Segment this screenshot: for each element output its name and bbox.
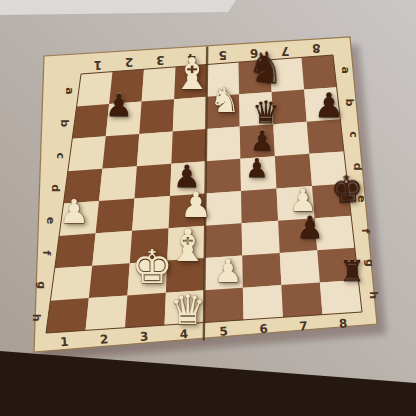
square-d1: [64, 169, 103, 204]
coord-label-left-f: f: [40, 250, 53, 255]
coord-label-right-a: a: [339, 67, 352, 74]
coord-label-right-g: g: [363, 259, 376, 267]
square-e4: [169, 194, 206, 229]
square-h7: [281, 282, 322, 317]
square-h1: [46, 298, 89, 333]
square-f7: [278, 218, 317, 253]
square-g2: [89, 263, 130, 298]
square-e1: [59, 201, 99, 236]
coord-label-right-d: d: [351, 163, 364, 171]
coord-label-top-8: 8: [312, 41, 320, 55]
coord-label-bottom-2: 2: [100, 332, 109, 347]
coord-label-left-h: h: [30, 314, 43, 322]
square-a4: [174, 65, 207, 100]
square-d4: [170, 161, 206, 196]
coord-label-bottom-4: 4: [179, 327, 188, 342]
square-c4: [171, 129, 206, 164]
square-b3: [139, 99, 174, 134]
square-e6: [241, 189, 278, 224]
coord-label-top-6: 6: [250, 46, 258, 60]
coord-label-bottom-5: 5: [219, 324, 228, 339]
coord-label-right-c: c: [347, 131, 360, 138]
square-d3: [135, 164, 172, 199]
square-b4: [173, 97, 207, 132]
square-h3: [125, 293, 166, 328]
square-d7: [275, 154, 312, 189]
square-g7: [280, 250, 320, 285]
square-f1: [55, 233, 96, 268]
square-a8: [302, 55, 337, 90]
coord-label-bottom-1: 1: [60, 335, 69, 350]
coord-label-right-h: h: [367, 291, 380, 299]
coord-label-left-b: b: [58, 119, 71, 127]
square-d2: [99, 166, 137, 201]
coord-label-right-e: e: [355, 195, 368, 202]
square-h5: [204, 288, 244, 323]
square-c3: [137, 131, 173, 166]
chessboard-photo-scene: 1122334455667788aabbccddeeffgghh ♞♝♞♟♟♛♟…: [0, 0, 416, 416]
coord-label-bottom-8: 8: [339, 316, 348, 331]
coord-label-top-4: 4: [187, 51, 195, 65]
square-d6: [240, 156, 276, 191]
coord-label-right-b: b: [343, 98, 356, 106]
square-e2: [96, 199, 135, 234]
square-b2: [106, 102, 142, 137]
coord-label-top-5: 5: [219, 48, 227, 62]
square-c7: [273, 122, 309, 157]
square-b7: [272, 90, 307, 125]
square-g6: [242, 253, 281, 288]
square-e3: [132, 196, 170, 231]
board-graphic: 1122334455667788aabbccddeeffgghh: [0, 0, 416, 416]
square-c1: [68, 136, 106, 171]
square-c6: [240, 124, 275, 159]
coord-label-left-e: e: [44, 217, 57, 224]
coord-label-top-3: 3: [156, 53, 164, 67]
square-h2: [86, 295, 128, 330]
square-a1: [77, 72, 113, 107]
square-h8: [320, 280, 362, 315]
square-f4: [167, 226, 205, 261]
square-c8: [307, 119, 344, 154]
square-c2: [102, 134, 139, 169]
square-d8: [309, 151, 347, 186]
square-f6: [242, 221, 280, 256]
coord-label-bottom-3: 3: [139, 330, 148, 345]
coord-label-top-2: 2: [125, 55, 133, 69]
coord-label-bottom-7: 7: [299, 319, 308, 334]
coord-label-left-a: a: [63, 87, 76, 94]
coord-label-bottom-6: 6: [259, 322, 268, 337]
coord-label-right-f: f: [359, 228, 372, 233]
coord-label-top-7: 7: [281, 44, 289, 58]
square-a3: [142, 67, 176, 102]
square-c5: [206, 127, 241, 162]
square-e5: [205, 191, 242, 226]
square-g1: [50, 266, 92, 301]
square-h4: [165, 290, 205, 325]
square-g5: [204, 255, 243, 290]
square-b6: [239, 92, 273, 127]
square-b8: [304, 87, 340, 122]
square-f2: [92, 231, 132, 266]
coord-label-left-c: c: [54, 152, 67, 159]
square-f5: [205, 223, 243, 258]
square-f3: [130, 228, 169, 263]
square-a7: [270, 57, 304, 92]
square-h6: [243, 285, 283, 320]
square-a6: [239, 60, 272, 95]
square-f8: [315, 216, 355, 251]
square-g8: [317, 248, 358, 283]
coord-label-top-1: 1: [94, 58, 102, 72]
coord-label-left-d: d: [49, 184, 62, 192]
square-e7: [277, 186, 315, 221]
square-g3: [127, 261, 167, 296]
square-d5: [206, 159, 242, 194]
square-a2: [109, 69, 144, 104]
square-b5: [206, 94, 240, 129]
square-g4: [166, 258, 205, 293]
square-a5: [207, 62, 240, 97]
square-e8: [312, 184, 351, 219]
square-b1: [72, 104, 109, 139]
coord-label-left-g: g: [35, 281, 48, 289]
